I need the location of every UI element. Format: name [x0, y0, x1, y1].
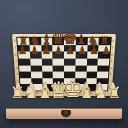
clasp-icon	[61, 110, 71, 117]
file-label-g: g	[85, 92, 96, 95]
square-g7	[87, 45, 99, 52]
square-a7	[18, 45, 30, 52]
file-label-d: d	[53, 92, 64, 95]
square-c8	[41, 38, 53, 45]
square-b5	[30, 59, 42, 66]
square-a5	[19, 59, 31, 66]
photo: 87654321 87654321 abcdefgh ♜♞♝♛♚♝♞♜♟♟♟♟♟…	[0, 0, 128, 128]
square-h8	[99, 38, 111, 45]
square-c6	[41, 52, 53, 59]
square-e6	[64, 52, 75, 59]
file-label-a: a	[21, 92, 32, 95]
square-c7	[41, 45, 53, 52]
square-a8	[17, 38, 29, 45]
square-e5	[64, 59, 75, 66]
box-front-edge	[6, 108, 122, 119]
rank-label-right-7: 7	[110, 45, 115, 52]
square-h5	[98, 59, 110, 66]
square-f7	[75, 45, 87, 52]
board-grid	[17, 38, 110, 91]
square-a6	[18, 52, 30, 59]
file-label-e: e	[64, 92, 75, 95]
square-b8	[29, 38, 41, 45]
square-e8	[64, 38, 76, 45]
square-b7	[29, 45, 41, 52]
square-c5	[41, 59, 52, 66]
square-f6	[75, 52, 87, 59]
square-h7	[98, 45, 110, 52]
rank-label-right-5: 5	[109, 59, 114, 66]
file-label-f: f	[75, 92, 86, 95]
square-d8	[52, 38, 64, 45]
square-d5	[53, 59, 64, 66]
square-f8	[76, 38, 88, 45]
square-e7	[64, 45, 76, 52]
rank-label-right-8: 8	[110, 38, 115, 45]
square-g8	[87, 38, 99, 45]
square-d7	[52, 45, 64, 52]
file-label-h: h	[96, 92, 107, 95]
chess-board: 87654321 87654321 abcdefgh	[12, 34, 116, 96]
file-label-b: b	[32, 92, 43, 95]
square-g5	[86, 59, 98, 66]
rank-label-right-1: 1	[107, 84, 112, 90]
file-labels: abcdefgh	[21, 90, 107, 96]
square-d6	[53, 52, 64, 59]
square-h6	[98, 52, 110, 59]
square-f5	[75, 59, 86, 66]
square-b6	[30, 52, 42, 59]
file-label-c: c	[42, 92, 53, 95]
square-g6	[87, 52, 99, 59]
rank-label-right-6: 6	[109, 52, 114, 59]
